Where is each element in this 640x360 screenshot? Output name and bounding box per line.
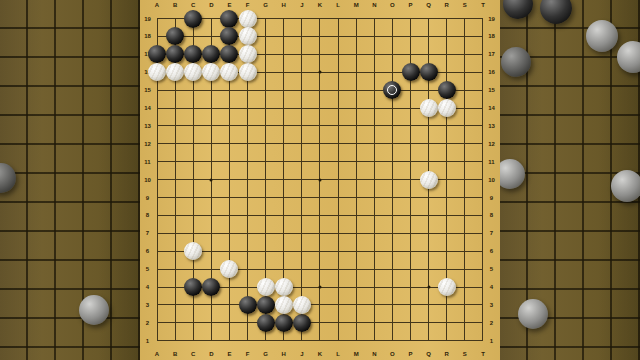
stone-white-C16[interactable]	[184, 63, 202, 81]
stone-white-R14[interactable]	[438, 99, 456, 117]
right-wood-panel	[500, 0, 640, 360]
coord-right-8: 8	[490, 212, 493, 218]
star-point-Q4	[427, 286, 430, 289]
coord-bottom-G: G	[263, 351, 268, 357]
stone-white-D16[interactable]	[202, 63, 220, 81]
stone-black-O15[interactable]	[383, 81, 401, 99]
stone-black-J2[interactable]	[293, 314, 311, 332]
grid-vline	[464, 18, 465, 341]
grid-hline	[157, 197, 484, 198]
coord-left-1: 1	[146, 338, 149, 344]
coord-left-2: 2	[146, 320, 149, 326]
coord-left-12: 12	[144, 141, 151, 147]
coord-bottom-J: J	[300, 351, 303, 357]
coord-top-O: O	[390, 2, 395, 8]
coord-top-G: G	[263, 2, 268, 8]
coord-left-10: 10	[144, 177, 151, 183]
panel-stone	[79, 295, 109, 325]
coord-bottom-E: E	[227, 351, 231, 357]
panel-stone	[0, 163, 16, 193]
coord-bottom-Q: Q	[426, 351, 431, 357]
coord-top-A: A	[155, 2, 159, 8]
grid-hline	[157, 322, 484, 323]
coord-left-9: 9	[146, 195, 149, 201]
coord-top-M: M	[354, 2, 359, 8]
coord-left-7: 7	[146, 230, 149, 236]
coord-right-19: 19	[488, 16, 495, 22]
coord-top-F: F	[246, 2, 250, 8]
coord-right-7: 7	[490, 230, 493, 236]
stone-white-Q14[interactable]	[420, 99, 438, 117]
coord-bottom-N: N	[372, 351, 376, 357]
coord-bottom-L: L	[336, 351, 340, 357]
coord-top-R: R	[445, 2, 449, 8]
stone-black-B18[interactable]	[166, 27, 184, 45]
stone-black-A17[interactable]	[148, 45, 166, 63]
coord-top-D: D	[209, 2, 213, 8]
stone-black-D4[interactable]	[202, 278, 220, 296]
stone-white-B16[interactable]	[166, 63, 184, 81]
coord-bottom-M: M	[354, 351, 359, 357]
coord-left-15: 15	[144, 87, 151, 93]
coord-bottom-B: B	[173, 351, 177, 357]
coord-top-T: T	[481, 2, 485, 8]
coord-right-12: 12	[488, 141, 495, 147]
grid-vline	[356, 18, 357, 341]
stone-black-E19[interactable]	[220, 10, 238, 28]
coord-right-4: 4	[490, 284, 493, 290]
coord-left-5: 5	[146, 266, 149, 272]
coord-bottom-C: C	[191, 351, 195, 357]
coord-bottom-F: F	[246, 351, 250, 357]
stone-white-H4[interactable]	[275, 278, 293, 296]
grid-vline	[374, 18, 375, 341]
stone-white-C6[interactable]	[184, 242, 202, 260]
panel-stone	[500, 159, 525, 189]
coord-left-8: 8	[146, 212, 149, 218]
coord-right-10: 10	[488, 177, 495, 183]
coord-right-3: 3	[490, 302, 493, 308]
stone-black-F3[interactable]	[239, 296, 257, 314]
stone-black-C19[interactable]	[184, 10, 202, 28]
coord-left-14: 14	[144, 105, 151, 111]
grid-hline	[157, 215, 484, 216]
stone-white-A16[interactable]	[148, 63, 166, 81]
panel-stone	[586, 20, 618, 52]
coord-top-C: C	[191, 2, 195, 8]
stone-white-H3[interactable]	[275, 296, 293, 314]
star-point-K4	[318, 286, 321, 289]
stone-black-C4[interactable]	[184, 278, 202, 296]
stone-white-F16[interactable]	[239, 63, 257, 81]
stone-black-G3[interactable]	[257, 296, 275, 314]
stone-white-E16[interactable]	[220, 63, 238, 81]
stone-black-H2[interactable]	[275, 314, 293, 332]
coord-bottom-D: D	[209, 351, 213, 357]
panel-stone	[518, 299, 548, 329]
coord-right-13: 13	[488, 123, 495, 129]
coord-left-4: 4	[146, 284, 149, 290]
stone-white-G4[interactable]	[257, 278, 275, 296]
coord-left-13: 13	[144, 123, 151, 129]
stone-white-R4[interactable]	[438, 278, 456, 296]
coord-bottom-A: A	[155, 351, 159, 357]
grid-hline	[157, 251, 484, 252]
coord-right-5: 5	[490, 266, 493, 272]
coord-right-6: 6	[490, 248, 493, 254]
coord-left-18: 18	[144, 33, 151, 39]
panel-stone	[501, 47, 531, 77]
stone-white-F18[interactable]	[239, 27, 257, 45]
stone-black-E18[interactable]	[220, 27, 238, 45]
grid-hline	[157, 304, 484, 305]
coord-right-18: 18	[488, 33, 495, 39]
stone-black-C17[interactable]	[184, 45, 202, 63]
star-point-K10	[318, 178, 321, 181]
coord-top-P: P	[409, 2, 413, 8]
grid-vline	[392, 18, 393, 341]
grid-hline	[157, 233, 484, 234]
grid-vline	[482, 18, 483, 341]
left-wood-panel	[0, 0, 140, 360]
stone-white-F17[interactable]	[239, 45, 257, 63]
coord-bottom-P: P	[409, 351, 413, 357]
go-board[interactable]: AABBCCDDEEFFGGHHJJKKLLMMNNOOPPQQRRSSTT19…	[140, 0, 500, 360]
stone-black-G2[interactable]	[257, 314, 275, 332]
coord-right-11: 11	[488, 159, 494, 165]
coord-top-Q: Q	[426, 2, 431, 8]
coord-bottom-H: H	[282, 351, 286, 357]
panel-stone	[503, 0, 533, 19]
stone-white-Q10[interactable]	[420, 171, 438, 189]
stone-black-B17[interactable]	[166, 45, 184, 63]
coord-bottom-T: T	[481, 351, 485, 357]
coord-top-N: N	[372, 2, 376, 8]
coord-left-11: 11	[144, 159, 150, 165]
coord-top-L: L	[336, 2, 340, 8]
star-point-K16	[318, 71, 321, 74]
panel-stone	[617, 41, 640, 73]
coord-right-16: 16	[488, 69, 495, 75]
coord-top-K: K	[318, 2, 322, 8]
star-point-D10	[210, 178, 213, 181]
coord-top-E: E	[227, 2, 231, 8]
coord-left-3: 3	[146, 302, 149, 308]
panel-stone	[611, 170, 640, 202]
coord-left-19: 19	[144, 16, 151, 22]
stone-black-P16[interactable]	[402, 63, 420, 81]
last-move-marker	[387, 85, 397, 95]
coord-right-15: 15	[488, 87, 495, 93]
grid-vline	[338, 18, 339, 341]
coord-bottom-R: R	[445, 351, 449, 357]
stone-white-J3[interactable]	[293, 296, 311, 314]
coord-right-9: 9	[490, 195, 493, 201]
stone-white-E5[interactable]	[220, 260, 238, 278]
coord-right-17: 17	[488, 51, 495, 57]
coord-top-J: J	[300, 2, 303, 8]
stone-black-E17[interactable]	[220, 45, 238, 63]
stone-black-D17[interactable]	[202, 45, 220, 63]
grid-hline	[157, 340, 484, 341]
coord-right-1: 1	[490, 338, 493, 344]
coord-top-S: S	[463, 2, 467, 8]
coord-bottom-S: S	[463, 351, 467, 357]
coord-bottom-O: O	[390, 351, 395, 357]
stone-black-Q16[interactable]	[420, 63, 438, 81]
coord-left-6: 6	[146, 248, 149, 254]
coord-right-2: 2	[490, 320, 493, 326]
stone-black-R15[interactable]	[438, 81, 456, 99]
coord-top-H: H	[282, 2, 286, 8]
stone-white-F19[interactable]	[239, 10, 257, 28]
coord-right-14: 14	[488, 105, 495, 111]
panel-stone	[540, 0, 572, 24]
grid-hline	[157, 269, 484, 270]
coord-top-B: B	[173, 2, 177, 8]
coord-bottom-K: K	[318, 351, 322, 357]
